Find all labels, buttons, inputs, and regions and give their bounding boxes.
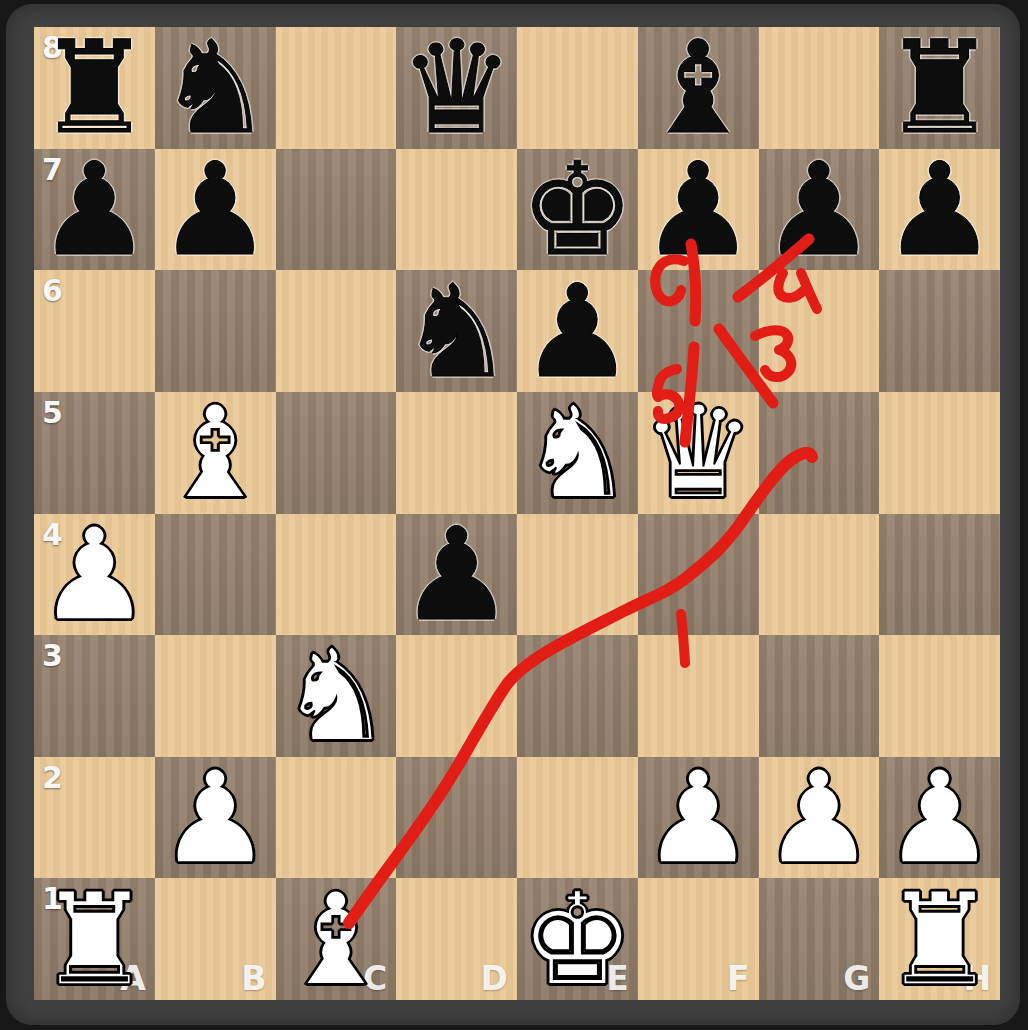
- rank-label-5: 5: [42, 395, 63, 430]
- square-a3[interactable]: 3: [34, 635, 155, 757]
- piece-black-pawn[interactable]: ♟: [762, 149, 877, 270]
- file-label-b: B: [241, 959, 266, 998]
- square-d8[interactable]: ♛: [396, 27, 517, 149]
- square-f5[interactable]: ♛: [638, 392, 759, 514]
- piece-white-pawn[interactable]: ♟: [882, 757, 997, 878]
- chess-board: 8♜♞♛♝♜7♟♟♚♟♟♟6♞♟5♝♞♛4♟♟3♞2♟♟♟♟1A♜BC♝DE♚F…: [34, 27, 1000, 1000]
- piece-white-pawn[interactable]: ♟: [37, 514, 152, 635]
- piece-black-pawn[interactable]: ♟: [158, 149, 273, 270]
- square-d6[interactable]: ♞: [396, 270, 517, 392]
- square-d3[interactable]: [396, 635, 517, 757]
- square-g7[interactable]: ♟: [759, 149, 880, 271]
- piece-black-rook[interactable]: ♜: [37, 27, 152, 148]
- square-b6[interactable]: [155, 270, 276, 392]
- piece-white-rook[interactable]: ♜: [37, 879, 152, 1000]
- square-h4[interactable]: [879, 514, 1000, 636]
- square-g5[interactable]: [759, 392, 880, 514]
- square-a7[interactable]: 7♟: [34, 149, 155, 271]
- square-c1[interactable]: C♝: [276, 878, 397, 1000]
- square-d7[interactable]: [396, 149, 517, 271]
- square-g1[interactable]: G: [759, 878, 880, 1000]
- square-e5[interactable]: ♞: [517, 392, 638, 514]
- piece-white-queen[interactable]: ♛: [641, 392, 756, 513]
- square-b7[interactable]: ♟: [155, 149, 276, 271]
- file-label-d: D: [481, 959, 508, 998]
- square-b8[interactable]: ♞: [155, 27, 276, 149]
- piece-white-knight[interactable]: ♞: [520, 392, 635, 513]
- piece-black-pawn[interactable]: ♟: [37, 149, 152, 270]
- square-f3[interactable]: [638, 635, 759, 757]
- square-c3[interactable]: ♞: [276, 635, 397, 757]
- square-c5[interactable]: [276, 392, 397, 514]
- square-f2[interactable]: ♟: [638, 757, 759, 879]
- piece-white-pawn[interactable]: ♟: [762, 757, 877, 878]
- piece-black-rook[interactable]: ♜: [882, 27, 997, 148]
- piece-black-pawn[interactable]: ♟: [399, 514, 514, 635]
- square-f8[interactable]: ♝: [638, 27, 759, 149]
- square-h8[interactable]: ♜: [879, 27, 1000, 149]
- square-h5[interactable]: [879, 392, 1000, 514]
- square-a8[interactable]: 8♜: [34, 27, 155, 149]
- rank-label-2: 2: [42, 760, 63, 795]
- square-e1[interactable]: E♚: [517, 878, 638, 1000]
- square-e7[interactable]: ♚: [517, 149, 638, 271]
- piece-black-king[interactable]: ♚: [520, 149, 635, 270]
- square-a2[interactable]: 2: [34, 757, 155, 879]
- square-g2[interactable]: ♟: [759, 757, 880, 879]
- piece-white-bishop[interactable]: ♝: [279, 879, 394, 1000]
- square-e8[interactable]: [517, 27, 638, 149]
- piece-white-pawn[interactable]: ♟: [158, 757, 273, 878]
- square-f6[interactable]: [638, 270, 759, 392]
- piece-black-knight[interactable]: ♞: [158, 27, 273, 148]
- square-c2[interactable]: [276, 757, 397, 879]
- square-d1[interactable]: D: [396, 878, 517, 1000]
- square-f1[interactable]: F: [638, 878, 759, 1000]
- square-h7[interactable]: ♟: [879, 149, 1000, 271]
- square-e6[interactable]: ♟: [517, 270, 638, 392]
- square-b4[interactable]: [155, 514, 276, 636]
- piece-black-pawn[interactable]: ♟: [641, 149, 756, 270]
- square-e3[interactable]: [517, 635, 638, 757]
- square-h6[interactable]: [879, 270, 1000, 392]
- square-c4[interactable]: [276, 514, 397, 636]
- square-b5[interactable]: ♝: [155, 392, 276, 514]
- square-g6[interactable]: [759, 270, 880, 392]
- square-b3[interactable]: [155, 635, 276, 757]
- piece-white-rook[interactable]: ♜: [882, 879, 997, 1000]
- square-e4[interactable]: [517, 514, 638, 636]
- square-a4[interactable]: 4♟: [34, 514, 155, 636]
- piece-white-king[interactable]: ♚: [520, 879, 635, 1000]
- square-g4[interactable]: [759, 514, 880, 636]
- square-d5[interactable]: [396, 392, 517, 514]
- square-a6[interactable]: 6: [34, 270, 155, 392]
- piece-black-knight[interactable]: ♞: [399, 271, 514, 392]
- square-h3[interactable]: [879, 635, 1000, 757]
- square-c7[interactable]: [276, 149, 397, 271]
- square-b2[interactable]: ♟: [155, 757, 276, 879]
- square-h2[interactable]: ♟: [879, 757, 1000, 879]
- square-g3[interactable]: [759, 635, 880, 757]
- square-a5[interactable]: 5: [34, 392, 155, 514]
- piece-white-pawn[interactable]: ♟: [641, 757, 756, 878]
- piece-black-queen[interactable]: ♛: [399, 27, 514, 148]
- square-d2[interactable]: [396, 757, 517, 879]
- square-g8[interactable]: [759, 27, 880, 149]
- square-c6[interactable]: [276, 270, 397, 392]
- square-c8[interactable]: [276, 27, 397, 149]
- square-e2[interactable]: [517, 757, 638, 879]
- square-h1[interactable]: H♜: [879, 878, 1000, 1000]
- file-label-g: G: [843, 959, 870, 998]
- square-f4[interactable]: [638, 514, 759, 636]
- piece-white-bishop[interactable]: ♝: [158, 392, 273, 513]
- file-label-f: F: [727, 959, 750, 998]
- piece-black-pawn[interactable]: ♟: [520, 271, 635, 392]
- square-f7[interactable]: ♟: [638, 149, 759, 271]
- piece-white-knight[interactable]: ♞: [279, 635, 394, 756]
- piece-black-pawn[interactable]: ♟: [882, 149, 997, 270]
- square-b1[interactable]: B: [155, 878, 276, 1000]
- piece-black-bishop[interactable]: ♝: [641, 27, 756, 148]
- square-a1[interactable]: 1A♜: [34, 878, 155, 1000]
- square-d4[interactable]: ♟: [396, 514, 517, 636]
